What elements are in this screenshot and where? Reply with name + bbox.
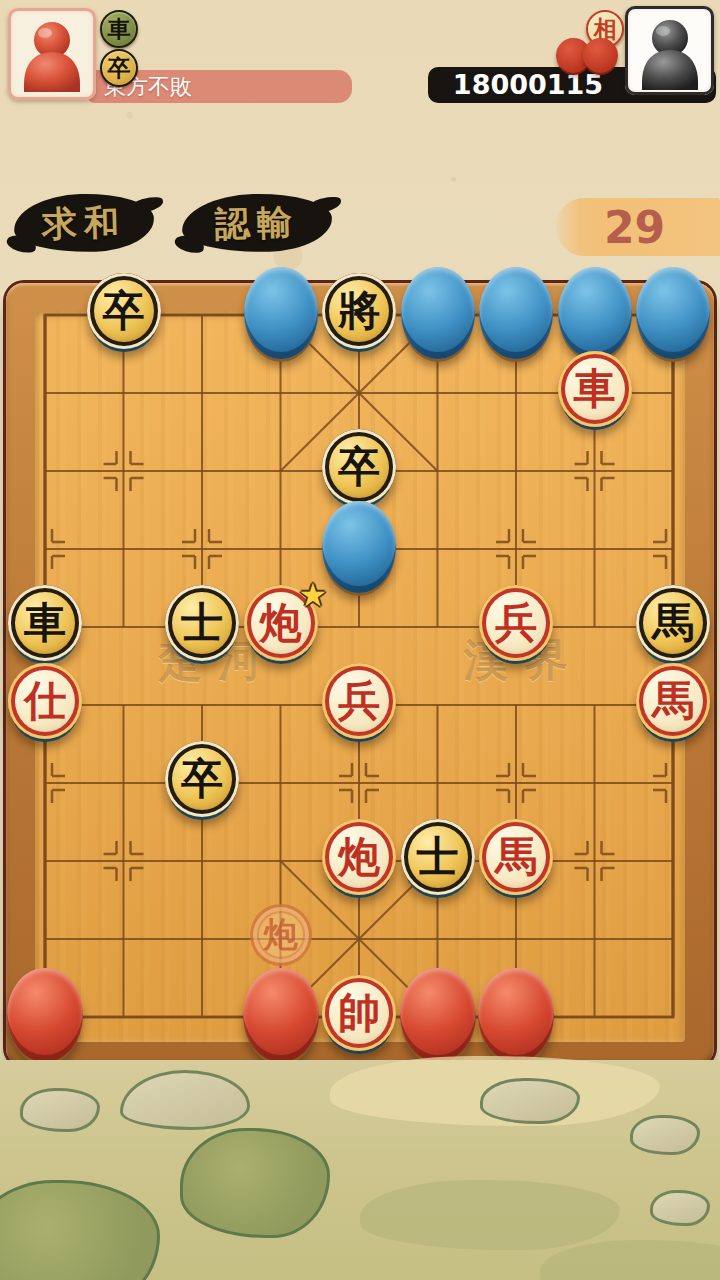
hidden-black-piece[interactable]	[322, 501, 396, 593]
background-map-art	[0, 1060, 720, 1280]
resign-button[interactable]: 認輸	[181, 192, 333, 254]
piece-label: 仕	[24, 673, 66, 729]
hidden-red-piece[interactable]	[478, 968, 554, 1062]
hidden-red-piece[interactable]	[400, 968, 476, 1062]
black-piece-卒[interactable]: 卒	[165, 741, 239, 817]
ghost-piece-炮[interactable]: 炮	[250, 904, 312, 966]
red-piece-仕[interactable]: 仕	[8, 663, 82, 739]
captured-piece-chariot: 車	[100, 10, 138, 48]
star-marker-icon: ★	[299, 579, 328, 611]
piece-label: 馬	[652, 595, 694, 651]
captured-hidden-red-dot	[583, 38, 618, 73]
captured-piece-soldier: 卒	[100, 49, 138, 87]
red-person-icon	[17, 18, 87, 92]
black-piece-卒[interactable]: 卒	[322, 429, 396, 505]
map-rock	[20, 1088, 100, 1132]
black-piece-士[interactable]: 士	[401, 819, 475, 895]
piece-label: 兵	[338, 673, 380, 729]
black-piece-車[interactable]: 車	[8, 585, 82, 661]
red-piece-兵[interactable]: 兵	[479, 585, 553, 661]
red-piece-帥[interactable]: 帥	[322, 975, 396, 1051]
map-rock	[120, 1070, 250, 1130]
game-screen: 東方不敗 車 卒 18000115 相	[0, 0, 720, 1280]
hidden-black-piece[interactable]	[401, 267, 475, 359]
piece-label: 炮	[264, 912, 298, 958]
map-bush	[180, 1128, 330, 1238]
map-rock	[630, 1115, 700, 1155]
move-timer-seconds: 29	[604, 202, 665, 253]
hidden-black-piece[interactable]	[636, 267, 710, 359]
piece-label: 士	[181, 595, 223, 651]
piece-label: 炮	[260, 595, 302, 651]
gray-player-avatar[interactable]	[625, 6, 714, 95]
map-rock	[480, 1078, 580, 1124]
draw-button[interactable]: 求和	[13, 192, 155, 254]
red-piece-車[interactable]: 車	[558, 351, 632, 427]
red-piece-馬[interactable]: 馬	[479, 819, 553, 895]
black-piece-卒[interactable]: 卒	[87, 273, 161, 349]
captured-soldier-label: 卒	[108, 53, 131, 84]
resign-button-label: 認輸	[214, 198, 299, 247]
red-piece-炮[interactable]: 炮	[322, 819, 396, 895]
red-piece-兵[interactable]: 兵	[322, 663, 396, 739]
piece-label: 車	[574, 361, 616, 417]
map-grass-patch	[540, 1240, 720, 1280]
hidden-black-piece[interactable]	[558, 267, 632, 359]
captured-chariot-label: 車	[108, 14, 131, 45]
gray-person-icon	[635, 16, 705, 90]
hidden-red-piece[interactable]	[7, 968, 83, 1062]
piece-label: 炮	[338, 829, 380, 885]
piece-label: 車	[24, 595, 66, 651]
piece-label: 士	[417, 829, 459, 885]
hidden-black-piece[interactable]	[479, 267, 553, 359]
piece-label: 卒	[338, 439, 380, 495]
move-timer: 29	[556, 198, 720, 256]
red-piece-馬[interactable]: 馬	[636, 663, 710, 739]
piece-label: 帥	[338, 985, 380, 1041]
black-piece-將[interactable]: 將	[322, 273, 396, 349]
black-piece-馬[interactable]: 馬	[636, 585, 710, 661]
piece-label: 卒	[103, 283, 145, 339]
piece-label: 兵	[495, 595, 537, 651]
hidden-red-piece[interactable]	[243, 968, 319, 1062]
piece-label: 將	[338, 283, 380, 339]
piece-label: 馬	[652, 673, 694, 729]
map-bush	[0, 1180, 160, 1280]
map-rock	[650, 1190, 710, 1226]
red-player-avatar[interactable]	[8, 8, 96, 100]
hidden-black-piece[interactable]	[244, 267, 318, 359]
black-piece-士[interactable]: 士	[165, 585, 239, 661]
draw-button-label: 求和	[41, 198, 126, 247]
captured-hidden-dots	[556, 38, 620, 74]
piece-label: 馬	[495, 829, 537, 885]
map-grass-patch	[360, 1180, 620, 1250]
piece-label: 卒	[181, 751, 223, 807]
